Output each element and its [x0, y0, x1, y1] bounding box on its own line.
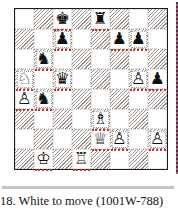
- square-h4: [148, 89, 167, 109]
- square-c7: ♟: [53, 29, 72, 49]
- square-a7: [15, 29, 34, 49]
- square-f8: [110, 9, 129, 29]
- square-g4: [129, 89, 148, 109]
- square-g3: [129, 109, 148, 129]
- black-king: ♚: [55, 9, 70, 29]
- square-b8: [34, 9, 53, 29]
- square-e7: [91, 29, 110, 49]
- black-pawn: ♟: [55, 29, 70, 49]
- square-a6: [15, 49, 34, 69]
- white-bishop: ♗: [93, 109, 108, 129]
- square-e2: ♕: [91, 129, 110, 149]
- square-d1: ♖: [72, 149, 91, 169]
- scan-edge-artifact: [176, 2, 178, 174]
- square-d7: [72, 29, 91, 49]
- chess-board-frame: ♚♜♟♟♟♞♘♛♙♟♙♞♗♕♙♙♔♖: [14, 8, 168, 170]
- square-g2: [129, 129, 148, 149]
- square-c4: [53, 89, 72, 109]
- square-g5: ♙: [129, 69, 148, 89]
- square-a4: ♙: [15, 89, 34, 109]
- square-b1: ♔: [34, 149, 53, 169]
- square-b3: [34, 109, 53, 129]
- white-queen: ♕: [93, 129, 108, 149]
- white-pawn: ♙: [112, 129, 127, 149]
- square-f4: [110, 89, 129, 109]
- square-d8: [72, 9, 91, 29]
- black-pawn: ♟: [131, 29, 146, 49]
- square-e3: ♗: [91, 109, 110, 129]
- square-g8: [129, 9, 148, 29]
- square-h5: ♟: [148, 69, 167, 89]
- black-queen: ♛: [55, 69, 70, 89]
- square-d5: [72, 69, 91, 89]
- black-knight: ♞: [36, 49, 51, 69]
- square-g6: [129, 49, 148, 69]
- square-f2: ♙: [110, 129, 129, 149]
- square-h6: [148, 49, 167, 69]
- square-g7: ♟: [129, 29, 148, 49]
- square-e4: [91, 89, 110, 109]
- square-h7: [148, 29, 167, 49]
- square-h2: ♙: [148, 129, 167, 149]
- square-f7: ♟: [110, 29, 129, 49]
- diagram-caption: 18. White to move (1001W-788): [0, 194, 178, 209]
- square-e8: ♜: [91, 9, 110, 29]
- square-e6: [91, 49, 110, 69]
- square-e1: [91, 149, 110, 169]
- square-f6: [110, 49, 129, 69]
- square-b2: [34, 129, 53, 149]
- white-king: ♔: [36, 149, 51, 169]
- separator-line: [2, 186, 174, 189]
- square-g1: [129, 149, 148, 169]
- square-c6: [53, 49, 72, 69]
- square-f3: [110, 109, 129, 129]
- square-e5: [91, 69, 110, 89]
- black-knight: ♞: [36, 89, 51, 109]
- black-rook: ♜: [93, 9, 108, 29]
- white-pawn: ♙: [17, 89, 32, 109]
- square-h8: [148, 9, 167, 29]
- square-f1: [110, 149, 129, 169]
- square-f5: [110, 69, 129, 89]
- square-d2: [72, 129, 91, 149]
- chess-board: ♚♜♟♟♟♞♘♛♙♟♙♞♗♕♙♙♔♖: [15, 9, 167, 169]
- square-b4: ♞: [34, 89, 53, 109]
- black-pawn: ♟: [150, 69, 165, 89]
- square-d6: [72, 49, 91, 69]
- square-c5: ♛: [53, 69, 72, 89]
- square-a8: [15, 9, 34, 29]
- square-c1: [53, 149, 72, 169]
- square-a1: [15, 149, 34, 169]
- square-a3: [15, 109, 34, 129]
- square-a5: ♘: [15, 69, 34, 89]
- square-d3: [72, 109, 91, 129]
- white-pawn: ♙: [131, 69, 146, 89]
- square-c2: [53, 129, 72, 149]
- square-d4: [72, 89, 91, 109]
- square-b6: ♞: [34, 49, 53, 69]
- square-h1: [148, 149, 167, 169]
- square-c8: ♚: [53, 9, 72, 29]
- white-pawn: ♙: [150, 129, 165, 149]
- square-b7: [34, 29, 53, 49]
- white-knight: ♘: [17, 69, 32, 89]
- square-b5: [34, 69, 53, 89]
- square-c3: [53, 109, 72, 129]
- white-rook: ♖: [74, 149, 89, 169]
- square-h3: [148, 109, 167, 129]
- square-a2: [15, 129, 34, 149]
- black-pawn: ♟: [112, 29, 127, 49]
